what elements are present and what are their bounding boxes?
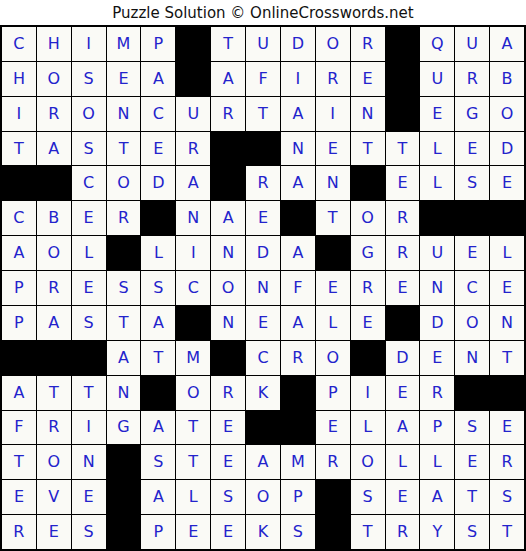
letter-cell: A [37, 306, 71, 340]
letter-cell: E [141, 132, 175, 166]
letter-cell: C [176, 271, 210, 305]
letter-cell: O [455, 306, 489, 340]
puzzle-solution-page: Puzzle Solution © OnlineCrosswords.net C… [0, 0, 526, 551]
block-cell [386, 27, 420, 61]
letter-cell: A [2, 376, 36, 410]
letter-cell: E [316, 132, 350, 166]
letter-cell: P [141, 27, 175, 61]
block-cell [141, 201, 175, 235]
letter-cell: E [316, 271, 350, 305]
letter-cell: A [281, 236, 315, 270]
letter-cell: U [420, 62, 454, 96]
letter-cell: R [281, 341, 315, 375]
letter-cell: T [316, 201, 350, 235]
letter-cell: E [211, 515, 245, 549]
letter-cell: I [351, 376, 385, 410]
letter-cell: A [37, 132, 71, 166]
letter-cell: P [2, 271, 36, 305]
letter-cell: R [37, 271, 71, 305]
letter-cell: A [246, 445, 280, 479]
page-title: Puzzle Solution © OnlineCrosswords.net [112, 4, 413, 22]
letter-cell: S [455, 515, 489, 549]
letter-cell: T [37, 376, 71, 410]
block-cell [281, 376, 315, 410]
letter-cell: N [246, 271, 280, 305]
letter-cell: H [2, 62, 36, 96]
letter-cell: U [420, 236, 454, 270]
letter-cell: E [420, 97, 454, 131]
letter-cell: L [420, 166, 454, 200]
letter-cell: T [490, 341, 524, 375]
letter-cell: T [141, 341, 175, 375]
letter-cell: F [281, 271, 315, 305]
block-cell [386, 62, 420, 96]
letter-cell: E [351, 306, 385, 340]
block-cell [351, 341, 385, 375]
letter-cell: A [141, 62, 175, 96]
letter-cell: A [281, 306, 315, 340]
letter-cell: E [490, 166, 524, 200]
letter-cell: C [2, 201, 36, 235]
letter-cell: O [316, 27, 350, 61]
letter-cell: O [211, 271, 245, 305]
letter-cell: R [246, 166, 280, 200]
letter-cell: S [72, 62, 106, 96]
letter-cell: D [490, 132, 524, 166]
letter-cell: E [386, 166, 420, 200]
letter-cell: C [246, 341, 280, 375]
letter-cell: T [246, 97, 280, 131]
letter-cell: S [72, 306, 106, 340]
letter-cell: T [176, 411, 210, 445]
letter-cell: A [2, 236, 36, 270]
letter-cell: R [211, 97, 245, 131]
letter-cell: R [490, 445, 524, 479]
block-cell [281, 411, 315, 445]
letter-cell: O [246, 480, 280, 514]
letter-cell: P [141, 515, 175, 549]
block-cell [141, 376, 175, 410]
letter-cell: O [37, 62, 71, 96]
letter-cell: A [107, 341, 141, 375]
letter-cell: A [211, 62, 245, 96]
letter-cell: A [490, 27, 524, 61]
letter-cell: R [420, 376, 454, 410]
letter-cell: S [72, 132, 106, 166]
letter-cell: R [176, 132, 210, 166]
block-cell [72, 341, 106, 375]
letter-cell: E [386, 480, 420, 514]
letter-cell: R [211, 376, 245, 410]
letter-cell: I [72, 411, 106, 445]
letter-cell: E [107, 62, 141, 96]
letter-cell: A [420, 480, 454, 514]
letter-cell: A [141, 480, 175, 514]
block-cell [351, 166, 385, 200]
letter-cell: S [455, 166, 489, 200]
letter-cell: L [316, 306, 350, 340]
letter-cell: A [141, 306, 175, 340]
letter-cell: R [37, 411, 71, 445]
letter-cell: O [490, 97, 524, 131]
letter-cell: D [246, 236, 280, 270]
letter-cell: E [176, 515, 210, 549]
letter-cell: M [176, 341, 210, 375]
letter-cell: N [107, 97, 141, 131]
block-cell [176, 62, 210, 96]
letter-cell: K [246, 376, 280, 410]
letter-cell: T [455, 480, 489, 514]
letter-cell: E [2, 480, 36, 514]
letter-cell: S [351, 480, 385, 514]
letter-cell: I [281, 62, 315, 96]
block-cell [176, 27, 210, 61]
letter-cell: N [351, 97, 385, 131]
letter-cell: P [420, 411, 454, 445]
letter-cell: E [72, 201, 106, 235]
letter-cell: N [176, 201, 210, 235]
letter-cell: T [386, 132, 420, 166]
letter-cell: Y [420, 515, 454, 549]
letter-cell: E [316, 411, 350, 445]
title-bar: Puzzle Solution © OnlineCrosswords.net [0, 0, 526, 25]
letter-cell: T [107, 132, 141, 166]
letter-cell: R [386, 201, 420, 235]
letter-cell: R [2, 515, 36, 549]
letter-cell: S [141, 271, 175, 305]
letter-cell: R [316, 62, 350, 96]
letter-cell: D [281, 27, 315, 61]
letter-cell: E [72, 271, 106, 305]
block-cell [316, 515, 350, 549]
letter-cell: C [2, 27, 36, 61]
letter-cell: N [316, 166, 350, 200]
block-cell [386, 97, 420, 131]
letter-cell: O [351, 445, 385, 479]
letter-cell: I [316, 97, 350, 131]
letter-cell: R [455, 62, 489, 96]
letter-cell: A [176, 166, 210, 200]
letter-cell: L [420, 132, 454, 166]
block-cell [246, 411, 280, 445]
letter-cell: R [386, 236, 420, 270]
letter-cell: G [351, 236, 385, 270]
letter-cell: T [176, 445, 210, 479]
block-cell [386, 306, 420, 340]
letter-cell: N [420, 271, 454, 305]
letter-cell: C [72, 166, 106, 200]
letter-cell: U [176, 97, 210, 131]
letter-cell: I [2, 97, 36, 131]
letter-cell: C [455, 271, 489, 305]
letter-cell: N [107, 376, 141, 410]
letter-cell: R [107, 201, 141, 235]
letter-cell: B [490, 62, 524, 96]
letter-cell: L [176, 480, 210, 514]
letter-cell: D [420, 306, 454, 340]
block-cell [281, 201, 315, 235]
letter-cell: D [141, 166, 175, 200]
block-cell [37, 341, 71, 375]
letter-cell: E [455, 132, 489, 166]
letter-cell: C [141, 97, 175, 131]
letter-cell: E [351, 62, 385, 96]
letter-cell: R [37, 97, 71, 131]
letter-cell: V [37, 480, 71, 514]
letter-cell: S [455, 411, 489, 445]
block-cell [211, 166, 245, 200]
letter-cell: M [281, 445, 315, 479]
letter-cell: R [316, 445, 350, 479]
letter-cell: E [246, 306, 280, 340]
letter-cell: E [37, 515, 71, 549]
letter-cell: S [490, 480, 524, 514]
letter-cell: S [281, 515, 315, 549]
letter-cell: D [386, 341, 420, 375]
letter-cell: R [386, 515, 420, 549]
letter-cell: N [281, 132, 315, 166]
letter-cell: G [107, 411, 141, 445]
crossword-grid: CHIMPTUDORQUAHOSEAAFIREURBIRONCURTAINEGO… [0, 25, 526, 551]
letter-cell: O [37, 445, 71, 479]
letter-cell: S [211, 480, 245, 514]
letter-cell: A [281, 166, 315, 200]
letter-cell: T [351, 132, 385, 166]
block-cell [490, 201, 524, 235]
block-cell [176, 306, 210, 340]
block-cell [2, 166, 36, 200]
letter-cell: P [281, 480, 315, 514]
block-cell [211, 132, 245, 166]
block-cell [2, 341, 36, 375]
letter-cell: E [211, 411, 245, 445]
letter-cell: A [211, 201, 245, 235]
letter-cell: R [351, 27, 385, 61]
letter-cell: L [141, 236, 175, 270]
letter-cell: N [211, 306, 245, 340]
letter-cell: S [141, 445, 175, 479]
letter-cell: B [37, 201, 71, 235]
letter-cell: F [2, 411, 36, 445]
letter-cell: N [455, 341, 489, 375]
letter-cell: O [107, 166, 141, 200]
block-cell [211, 341, 245, 375]
letter-cell: U [246, 27, 280, 61]
letter-cell: R [351, 271, 385, 305]
letter-cell: O [316, 341, 350, 375]
block-cell [107, 515, 141, 549]
block-cell [455, 201, 489, 235]
letter-cell: T [107, 306, 141, 340]
letter-cell: E [455, 236, 489, 270]
letter-cell: A [386, 411, 420, 445]
letter-cell: E [386, 376, 420, 410]
block-cell [37, 166, 71, 200]
letter-cell: L [420, 445, 454, 479]
letter-cell: M [107, 27, 141, 61]
letter-cell: N [490, 306, 524, 340]
letter-cell: S [72, 515, 106, 549]
block-cell [107, 480, 141, 514]
letter-cell: L [351, 411, 385, 445]
letter-cell: A [281, 97, 315, 131]
letter-cell: L [386, 445, 420, 479]
letter-cell: L [490, 236, 524, 270]
letter-cell: T [72, 376, 106, 410]
letter-cell: T [351, 515, 385, 549]
letter-cell: L [72, 236, 106, 270]
letter-cell: T [211, 27, 245, 61]
letter-cell: O [176, 376, 210, 410]
letter-cell: E [420, 341, 454, 375]
letter-cell: E [455, 445, 489, 479]
letter-cell: O [351, 201, 385, 235]
letter-cell: T [490, 515, 524, 549]
block-cell [107, 445, 141, 479]
letter-cell: E [386, 271, 420, 305]
letter-cell: E [246, 201, 280, 235]
letter-cell: U [455, 27, 489, 61]
block-cell [316, 480, 350, 514]
letter-cell: P [316, 376, 350, 410]
block-cell [107, 236, 141, 270]
letter-cell: G [455, 97, 489, 131]
block-cell [455, 376, 489, 410]
letter-cell: H [37, 27, 71, 61]
letter-cell: T [2, 445, 36, 479]
block-cell [490, 376, 524, 410]
letter-cell: A [141, 411, 175, 445]
letter-cell: S [107, 271, 141, 305]
letter-cell: T [2, 132, 36, 166]
letter-cell: Q [420, 27, 454, 61]
letter-cell: I [72, 27, 106, 61]
block-cell [246, 132, 280, 166]
letter-cell: O [37, 236, 71, 270]
letter-cell: K [246, 515, 280, 549]
letter-cell: I [176, 236, 210, 270]
letter-cell: P [2, 306, 36, 340]
letter-cell: N [211, 236, 245, 270]
letter-cell: E [490, 271, 524, 305]
letter-cell: F [246, 62, 280, 96]
letter-cell: O [72, 97, 106, 131]
letter-cell: E [72, 480, 106, 514]
letter-cell: E [211, 445, 245, 479]
letter-cell: E [490, 411, 524, 445]
block-cell [420, 201, 454, 235]
block-cell [316, 236, 350, 270]
letter-cell: N [72, 445, 106, 479]
